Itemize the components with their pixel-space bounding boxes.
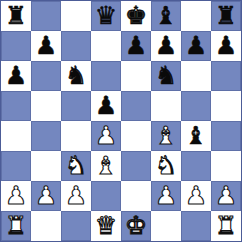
square-h3[interactable] <box>211 151 241 181</box>
square-h4[interactable] <box>211 121 241 151</box>
black-knight-piece[interactable]: ♞ <box>155 63 177 88</box>
square-c2[interactable]: ♟︎ <box>61 181 91 211</box>
square-b4[interactable] <box>31 121 61 151</box>
square-d5[interactable]: ♟︎ <box>91 91 121 121</box>
square-d7[interactable] <box>91 31 121 61</box>
square-f1[interactable] <box>151 211 181 241</box>
square-e6[interactable] <box>121 61 151 91</box>
white-bishop-piece[interactable]: ♝ <box>155 123 177 148</box>
black-pawn-piece[interactable]: ♟︎ <box>95 93 117 118</box>
square-c8[interactable] <box>61 1 91 31</box>
square-d2[interactable] <box>91 181 121 211</box>
square-h6[interactable] <box>211 61 241 91</box>
square-f6[interactable]: ♞ <box>151 61 181 91</box>
square-c6[interactable]: ♞ <box>61 61 91 91</box>
square-f5[interactable] <box>151 91 181 121</box>
chess-board: ♜♛♚♝♜♟︎♟︎♟︎♟︎♟︎♟︎♞♞♟︎♟︎♝♝♞♝♞♟︎♟︎♟︎♟︎♟︎♟︎… <box>0 0 242 242</box>
square-d1[interactable]: ♛ <box>91 211 121 241</box>
black-pawn-piece[interactable]: ♟︎ <box>5 63 27 88</box>
square-d4[interactable]: ♟︎ <box>91 121 121 151</box>
square-a3[interactable] <box>1 151 31 181</box>
white-pawn-piece[interactable]: ♟︎ <box>95 123 117 148</box>
square-b1[interactable] <box>31 211 61 241</box>
square-a2[interactable]: ♟︎ <box>1 181 31 211</box>
square-e3[interactable] <box>121 151 151 181</box>
white-pawn-piece[interactable]: ♟︎ <box>65 183 87 208</box>
white-pawn-piece[interactable]: ♟︎ <box>155 183 177 208</box>
square-b2[interactable]: ♟︎ <box>31 181 61 211</box>
square-f8[interactable]: ♝ <box>151 1 181 31</box>
square-a1[interactable]: ♜ <box>1 211 31 241</box>
square-d3[interactable]: ♝ <box>91 151 121 181</box>
square-a8[interactable]: ♜ <box>1 1 31 31</box>
square-b7[interactable]: ♟︎ <box>31 31 61 61</box>
square-c7[interactable] <box>61 31 91 61</box>
black-pawn-piece[interactable]: ♟︎ <box>185 33 207 58</box>
square-h7[interactable]: ♟︎ <box>211 31 241 61</box>
white-knight-piece[interactable]: ♞ <box>155 153 177 178</box>
square-h8[interactable]: ♜ <box>211 1 241 31</box>
square-g8[interactable] <box>181 1 211 31</box>
square-c5[interactable] <box>61 91 91 121</box>
square-e5[interactable] <box>121 91 151 121</box>
square-b5[interactable] <box>31 91 61 121</box>
square-b8[interactable] <box>31 1 61 31</box>
square-d6[interactable] <box>91 61 121 91</box>
square-e8[interactable]: ♚ <box>121 1 151 31</box>
white-pawn-piece[interactable]: ♟︎ <box>5 183 27 208</box>
square-c1[interactable] <box>61 211 91 241</box>
square-e7[interactable]: ♟︎ <box>121 31 151 61</box>
square-a6[interactable]: ♟︎ <box>1 61 31 91</box>
black-pawn-piece[interactable]: ♟︎ <box>125 33 147 58</box>
white-rook-piece[interactable]: ♜ <box>5 213 27 238</box>
square-f4[interactable]: ♝ <box>151 121 181 151</box>
square-a7[interactable] <box>1 31 31 61</box>
square-e1[interactable]: ♚ <box>121 211 151 241</box>
square-a5[interactable] <box>1 91 31 121</box>
square-f7[interactable]: ♟︎ <box>151 31 181 61</box>
square-h2[interactable]: ♟︎ <box>211 181 241 211</box>
white-king-piece[interactable]: ♚ <box>125 213 147 238</box>
white-pawn-piece[interactable]: ♟︎ <box>35 183 57 208</box>
square-g5[interactable] <box>181 91 211 121</box>
white-bishop-piece[interactable]: ♝ <box>95 153 117 178</box>
square-c4[interactable] <box>61 121 91 151</box>
square-e2[interactable] <box>121 181 151 211</box>
square-c3[interactable]: ♞ <box>61 151 91 181</box>
black-rook-piece[interactable]: ♜ <box>5 3 27 28</box>
square-g3[interactable] <box>181 151 211 181</box>
square-g4[interactable]: ♝ <box>181 121 211 151</box>
square-f3[interactable]: ♞ <box>151 151 181 181</box>
black-king-piece[interactable]: ♚ <box>125 3 147 28</box>
square-g6[interactable] <box>181 61 211 91</box>
black-knight-piece[interactable]: ♞ <box>65 63 87 88</box>
square-g1[interactable] <box>181 211 211 241</box>
square-h1[interactable]: ♜ <box>211 211 241 241</box>
black-bishop-piece[interactable]: ♝ <box>185 123 207 148</box>
square-b3[interactable] <box>31 151 61 181</box>
black-pawn-piece[interactable]: ♟︎ <box>215 33 237 58</box>
white-pawn-piece[interactable]: ♟︎ <box>215 183 237 208</box>
white-rook-piece[interactable]: ♜ <box>215 213 237 238</box>
square-g7[interactable]: ♟︎ <box>181 31 211 61</box>
white-queen-piece[interactable]: ♛ <box>95 213 117 238</box>
white-pawn-piece[interactable]: ♟︎ <box>185 183 207 208</box>
black-queen-piece[interactable]: ♛ <box>95 3 117 28</box>
white-knight-piece[interactable]: ♞ <box>65 153 87 178</box>
square-d8[interactable]: ♛ <box>91 1 121 31</box>
square-b6[interactable] <box>31 61 61 91</box>
black-pawn-piece[interactable]: ♟︎ <box>155 33 177 58</box>
square-g2[interactable]: ♟︎ <box>181 181 211 211</box>
square-e4[interactable] <box>121 121 151 151</box>
square-f2[interactable]: ♟︎ <box>151 181 181 211</box>
square-a4[interactable] <box>1 121 31 151</box>
black-rook-piece[interactable]: ♜ <box>215 3 237 28</box>
black-pawn-piece[interactable]: ♟︎ <box>35 33 57 58</box>
square-h5[interactable] <box>211 91 241 121</box>
black-bishop-piece[interactable]: ♝ <box>155 3 177 28</box>
